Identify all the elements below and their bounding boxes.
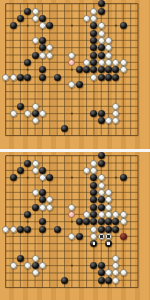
black-stone <box>76 66 83 73</box>
black-stone <box>98 0 105 7</box>
black-stone <box>17 167 24 174</box>
white-stone <box>98 30 105 37</box>
white-stone <box>90 74 97 81</box>
go-board-diagram-1[interactable] <box>0 0 150 149</box>
star-point <box>27 69 29 71</box>
black-stone <box>112 226 119 233</box>
white-stone <box>120 218 127 225</box>
black-stone <box>98 74 105 81</box>
black-stone <box>39 226 46 233</box>
black-stone <box>61 125 68 132</box>
star-point <box>71 177 73 179</box>
white-stone <box>46 204 53 211</box>
move-number-label <box>93 242 96 245</box>
white-stone <box>32 255 39 262</box>
black-stone <box>90 182 97 189</box>
black-stone <box>39 37 46 44</box>
black-stone <box>105 74 112 81</box>
white-stone <box>39 52 46 59</box>
white-stone <box>68 204 75 211</box>
white-stone <box>120 211 127 218</box>
black-stone <box>39 167 46 174</box>
white-stone <box>120 59 127 66</box>
black-stone <box>17 226 24 233</box>
last-move-black-stone <box>120 233 127 240</box>
white-stone <box>68 52 75 59</box>
move-number-label <box>107 235 110 238</box>
black-stone <box>76 218 83 225</box>
white-stone <box>105 204 112 211</box>
white-stone <box>39 204 46 211</box>
black-stone <box>10 174 17 181</box>
star-point <box>71 69 73 71</box>
black-stone <box>17 103 24 110</box>
black-stone <box>98 152 105 159</box>
white-stone <box>98 59 105 66</box>
black-stone <box>98 52 105 59</box>
star-point <box>71 265 73 267</box>
white-stone <box>83 15 90 22</box>
black-stone <box>120 174 127 181</box>
white-stone <box>2 74 9 81</box>
white-stone <box>10 74 17 81</box>
black-stone <box>76 233 83 240</box>
black-stone <box>54 226 61 233</box>
numbered-white-stone <box>105 233 112 240</box>
black-stone <box>98 277 105 284</box>
move-number-label <box>107 242 110 245</box>
black-stone <box>24 8 31 15</box>
black-stone <box>98 196 105 203</box>
black-stone <box>98 226 105 233</box>
star-point <box>115 25 117 27</box>
white-stone <box>32 103 39 110</box>
white-stone <box>83 211 90 218</box>
white-stone <box>105 189 112 196</box>
black-stone <box>98 160 105 167</box>
black-stone <box>24 160 31 167</box>
white-stone <box>90 8 97 15</box>
black-stone <box>98 8 105 15</box>
black-stone <box>32 110 39 117</box>
star-point <box>27 177 29 179</box>
white-stone <box>98 174 105 181</box>
white-stone <box>83 167 90 174</box>
white-stone <box>98 211 105 218</box>
black-stone <box>39 189 46 196</box>
black-stone <box>98 204 105 211</box>
black-stone <box>10 22 17 29</box>
black-stone <box>17 15 24 22</box>
black-stone <box>98 218 105 225</box>
star-point <box>71 221 73 223</box>
black-stone <box>90 30 97 37</box>
black-stone <box>98 262 105 269</box>
black-stone <box>90 204 97 211</box>
star-point <box>71 25 73 27</box>
white-stone <box>10 226 17 233</box>
white-stone <box>105 52 112 59</box>
star-point <box>115 177 117 179</box>
star-point <box>27 25 29 27</box>
white-stone <box>32 189 39 196</box>
black-stone <box>98 66 105 73</box>
black-stone <box>61 277 68 284</box>
black-stone <box>54 74 61 81</box>
go-diagram-page: ········ <box>0 0 150 300</box>
black-stone <box>24 74 31 81</box>
black-stone <box>76 81 83 88</box>
black-stone <box>39 15 46 22</box>
white-stone <box>32 167 39 174</box>
white-stone <box>98 22 105 29</box>
black-stone <box>98 44 105 51</box>
black-stone <box>39 74 46 81</box>
numbered-white-stone <box>98 233 105 240</box>
black-stone <box>17 255 24 262</box>
black-stone <box>32 52 39 59</box>
white-stone <box>32 160 39 167</box>
black-stone <box>17 74 24 81</box>
black-stone <box>32 262 39 269</box>
black-stone <box>98 110 105 117</box>
white-stone <box>32 37 39 44</box>
black-stone <box>105 277 112 284</box>
white-stone <box>32 8 39 15</box>
black-stone <box>90 52 97 59</box>
white-stone <box>90 160 97 167</box>
black-stone <box>24 226 31 233</box>
white-stone <box>105 211 112 218</box>
white-stone <box>32 15 39 22</box>
white-stone <box>10 262 17 269</box>
white-stone <box>105 59 112 66</box>
black-stone <box>32 204 39 211</box>
white-stone <box>105 37 112 44</box>
white-stone <box>83 59 90 66</box>
white-stone <box>46 52 53 59</box>
white-stone <box>10 110 17 117</box>
black-stone <box>120 22 127 29</box>
star-point <box>71 113 73 115</box>
star-point <box>27 221 29 223</box>
white-stone <box>2 226 9 233</box>
white-stone <box>120 66 127 73</box>
white-stone <box>98 182 105 189</box>
go-board-diagram-2[interactable]: ········ <box>0 152 150 300</box>
black-stone <box>112 74 119 81</box>
white-stone <box>98 189 105 196</box>
white-stone <box>98 37 105 44</box>
white-stone <box>90 226 97 233</box>
black-stone <box>105 226 112 233</box>
move-number-label <box>100 235 103 238</box>
